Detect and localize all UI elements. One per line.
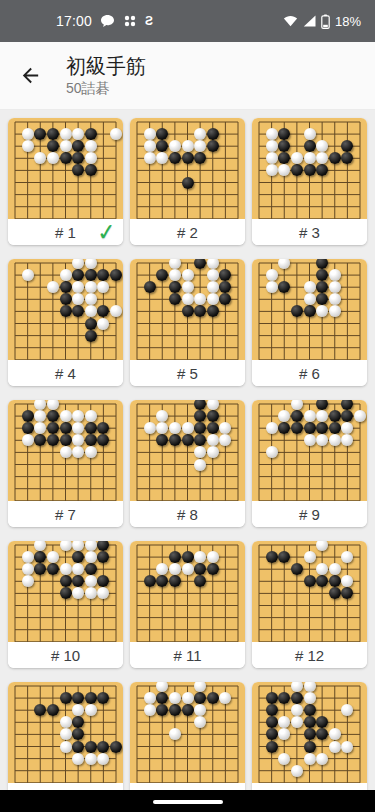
black-stone — [266, 704, 278, 716]
black-stone — [304, 704, 316, 716]
white-stone — [182, 293, 194, 305]
status-bar: 17:00 S 18% — [0, 0, 375, 42]
puzzle-label-bar: # 8 — [130, 501, 245, 527]
black-stone — [169, 281, 181, 293]
black-stone — [85, 422, 97, 434]
black-stone — [60, 575, 72, 587]
white-stone — [22, 575, 34, 587]
puzzle-card-6[interactable]: # 6 — [252, 259, 367, 386]
black-stone — [304, 164, 316, 176]
white-stone — [207, 269, 219, 281]
puzzle-label-bar: # 5 — [130, 360, 245, 386]
black-stone — [47, 140, 59, 152]
white-stone — [60, 269, 72, 281]
black-stone — [47, 704, 59, 716]
white-stone — [291, 765, 303, 777]
white-stone — [97, 318, 109, 330]
white-stone — [304, 692, 316, 704]
black-stone — [144, 575, 156, 587]
black-stone — [22, 410, 34, 422]
puzzle-card-4[interactable]: # 4 — [8, 259, 123, 386]
black-stone — [291, 563, 303, 575]
home-indicator[interactable] — [153, 800, 223, 804]
white-stone — [329, 434, 341, 446]
black-stone — [72, 741, 84, 753]
black-stone — [182, 305, 194, 317]
white-stone — [85, 140, 97, 152]
white-stone — [47, 281, 59, 293]
white-stone — [266, 164, 278, 176]
white-stone — [194, 459, 206, 471]
app-screen: 17:00 S 18% — [0, 0, 375, 812]
white-stone — [60, 128, 72, 140]
white-stone — [304, 152, 316, 164]
black-stone — [266, 692, 278, 704]
white-stone — [144, 692, 156, 704]
white-stone — [60, 716, 72, 728]
black-stone — [85, 330, 97, 342]
white-stone — [22, 128, 34, 140]
puzzle-card-8[interactable]: # 8 — [130, 400, 245, 527]
white-stone — [169, 422, 181, 434]
wifi-icon — [283, 15, 298, 27]
white-stone — [60, 563, 72, 575]
puzzle-label-bar: # 4 — [8, 360, 123, 386]
black-stone — [182, 704, 194, 716]
puzzle-card-5[interactable]: # 5 — [130, 259, 245, 386]
go-board — [130, 682, 245, 783]
black-stone — [182, 551, 194, 563]
black-stone — [329, 422, 341, 434]
white-stone — [182, 140, 194, 152]
back-button[interactable] — [6, 52, 54, 100]
go-board — [8, 400, 123, 501]
puzzle-card-3[interactable]: # 3 — [252, 118, 367, 245]
black-stone — [60, 281, 72, 293]
white-stone — [22, 434, 34, 446]
white-stone — [22, 140, 34, 152]
black-stone — [97, 741, 109, 753]
white-stone — [169, 269, 181, 281]
black-stone — [169, 704, 181, 716]
black-stone — [60, 152, 72, 164]
reversed-s-icon: S — [145, 15, 153, 27]
puzzle-number-label: # 8 — [177, 506, 198, 523]
page-subtitle: 50詰碁 — [66, 80, 146, 98]
black-stone — [291, 410, 303, 422]
black-stone — [329, 152, 341, 164]
white-stone — [266, 140, 278, 152]
puzzle-grid: # 1✓# 2# 3# 4# 5# 6# 7# 8# 9# 10# 11# 12… — [0, 110, 375, 812]
black-stone — [182, 434, 194, 446]
solved-check-icon: ✓ — [96, 220, 118, 245]
black-stone — [60, 422, 72, 434]
white-stone — [85, 293, 97, 305]
puzzle-card-11[interactable]: # 11 — [130, 541, 245, 668]
go-board — [130, 400, 245, 501]
white-stone — [278, 753, 290, 765]
puzzle-label-bar: # 2 — [130, 219, 245, 245]
white-stone — [304, 753, 316, 765]
white-stone — [329, 269, 341, 281]
white-stone — [329, 293, 341, 305]
puzzle-card-1[interactable]: # 1✓ — [8, 118, 123, 245]
puzzle-number-label: # 4 — [55, 365, 76, 382]
black-stone — [304, 741, 316, 753]
white-stone — [144, 422, 156, 434]
white-stone — [85, 704, 97, 716]
white-stone — [304, 682, 316, 692]
white-stone — [22, 551, 34, 563]
black-stone — [60, 587, 72, 599]
white-stone — [85, 410, 97, 422]
white-stone — [182, 692, 194, 704]
go-board — [252, 541, 367, 642]
black-stone — [85, 692, 97, 704]
white-stone — [22, 269, 34, 281]
clock-text: 17:00 — [56, 13, 92, 29]
white-stone — [60, 728, 72, 740]
black-stone — [291, 692, 303, 704]
white-stone — [85, 152, 97, 164]
puzzle-card-12[interactable]: # 12 — [252, 541, 367, 668]
gesture-nav-bar — [0, 790, 375, 812]
white-stone — [47, 551, 59, 563]
white-stone — [60, 140, 72, 152]
black-stone — [110, 269, 122, 281]
white-stone — [207, 551, 219, 563]
white-stone — [207, 281, 219, 293]
white-stone — [85, 753, 97, 765]
white-stone — [304, 293, 316, 305]
black-stone — [207, 128, 219, 140]
black-stone — [60, 692, 72, 704]
puzzle-number-label: # 9 — [299, 506, 320, 523]
white-stone — [291, 704, 303, 716]
white-stone — [110, 128, 122, 140]
puzzle-label-bar: # 12 — [252, 642, 367, 668]
go-board — [130, 118, 245, 219]
black-stone — [60, 293, 72, 305]
black-stone — [207, 563, 219, 575]
white-stone — [304, 128, 316, 140]
puzzle-label-bar: # 9 — [252, 501, 367, 527]
black-stone — [85, 563, 97, 575]
black-stone — [207, 410, 219, 422]
white-stone — [182, 281, 194, 293]
white-stone — [144, 128, 156, 140]
white-stone — [341, 741, 353, 753]
puzzle-label-bar: # 3 — [252, 219, 367, 245]
go-board — [8, 541, 123, 642]
puzzle-number-label: # 7 — [55, 506, 76, 523]
black-stone — [329, 575, 341, 587]
go-board — [130, 259, 245, 360]
black-stone — [266, 728, 278, 740]
white-stone — [266, 281, 278, 293]
white-stone — [60, 541, 72, 551]
white-stone — [329, 281, 341, 293]
puzzle-card-9[interactable]: # 9 — [252, 400, 367, 527]
battery-percent-text: 18% — [335, 14, 361, 29]
arrow-left-icon — [19, 64, 42, 87]
white-stone — [266, 152, 278, 164]
white-stone — [169, 692, 181, 704]
white-stone — [329, 741, 341, 753]
black-stone — [304, 575, 316, 587]
white-stone — [85, 281, 97, 293]
puzzle-number-label: # 3 — [299, 224, 320, 241]
black-stone — [291, 422, 303, 434]
black-stone — [85, 434, 97, 446]
white-stone — [266, 422, 278, 434]
black-stone — [144, 281, 156, 293]
black-stone — [47, 422, 59, 434]
white-stone — [60, 446, 72, 458]
white-stone — [316, 753, 328, 765]
black-stone — [47, 128, 59, 140]
go-board — [252, 118, 367, 219]
black-stone — [329, 410, 341, 422]
black-stone — [85, 128, 97, 140]
puzzle-label-bar: # 10 — [8, 642, 123, 668]
white-stone — [97, 753, 109, 765]
white-stone — [60, 741, 72, 753]
black-stone — [304, 140, 316, 152]
white-stone — [266, 269, 278, 281]
white-stone — [304, 434, 316, 446]
white-stone — [144, 152, 156, 164]
go-board — [252, 259, 367, 360]
black-stone — [304, 422, 316, 434]
white-stone — [22, 563, 34, 575]
go-board — [252, 682, 367, 783]
puzzle-number-label: # 2 — [177, 224, 198, 241]
puzzle-number-label: # 5 — [177, 365, 198, 382]
puzzle-number-label: # 12 — [295, 647, 324, 664]
go-board — [8, 259, 123, 360]
puzzle-number-label: # 10 — [51, 647, 80, 664]
white-stone — [169, 563, 181, 575]
white-stone — [304, 551, 316, 563]
black-stone — [182, 177, 194, 189]
puzzle-card-2[interactable]: # 2 — [130, 118, 245, 245]
go-board — [8, 682, 123, 783]
white-stone — [304, 410, 316, 422]
page-title: 初級手筋 — [66, 54, 146, 79]
black-stone — [85, 269, 97, 281]
puzzle-card-7[interactable]: # 7 — [8, 400, 123, 527]
go-board — [252, 400, 367, 501]
black-stone — [266, 741, 278, 753]
app-header: 初級手筋 50詰碁 — [0, 42, 375, 110]
white-stone — [266, 446, 278, 458]
white-stone — [329, 563, 341, 575]
white-stone — [182, 422, 194, 434]
cell-signal-icon — [303, 15, 316, 27]
go-board — [8, 118, 123, 219]
black-stone — [207, 422, 219, 434]
puzzle-number-label: # 1 — [55, 224, 76, 241]
white-stone — [169, 140, 181, 152]
black-stone — [60, 305, 72, 317]
four-dots-icon — [123, 14, 137, 28]
white-stone — [72, 753, 84, 765]
black-stone — [110, 741, 122, 753]
black-stone — [304, 728, 316, 740]
white-stone — [144, 704, 156, 716]
black-stone — [47, 563, 59, 575]
black-stone — [169, 551, 181, 563]
white-stone — [266, 128, 278, 140]
black-stone — [182, 152, 194, 164]
puzzle-label-bar: # 11 — [130, 642, 245, 668]
chat-bubble-icon — [100, 14, 115, 28]
white-stone — [60, 410, 72, 422]
black-stone — [207, 692, 219, 704]
black-stone — [85, 318, 97, 330]
puzzle-label-bar: # 6 — [252, 360, 367, 386]
puzzle-card-10[interactable]: # 10 — [8, 541, 123, 668]
black-stone — [60, 434, 72, 446]
black-stone — [304, 305, 316, 317]
white-stone — [354, 410, 366, 422]
black-stone — [266, 551, 278, 563]
go-board — [130, 541, 245, 642]
white-stone — [182, 269, 194, 281]
white-stone — [304, 281, 316, 293]
white-stone — [207, 293, 219, 305]
white-stone — [144, 140, 156, 152]
battery-icon — [321, 14, 330, 29]
puzzle-number-label: # 11 — [173, 647, 201, 664]
white-stone — [85, 575, 97, 587]
black-stone — [22, 422, 34, 434]
black-stone — [207, 140, 219, 152]
white-stone — [85, 551, 97, 563]
puzzle-number-label: # 6 — [299, 365, 320, 382]
black-stone — [266, 716, 278, 728]
black-stone — [304, 716, 316, 728]
white-stone — [207, 434, 219, 446]
white-stone — [182, 563, 194, 575]
black-stone — [47, 410, 59, 422]
puzzle-label-bar: # 7 — [8, 501, 123, 527]
black-stone — [85, 741, 97, 753]
